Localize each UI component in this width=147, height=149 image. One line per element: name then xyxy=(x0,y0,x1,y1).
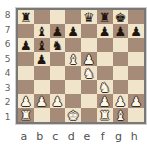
square-f1[interactable]: ♜ xyxy=(97,108,113,122)
board: ♜♛♜♚♝♟♟♟♟♟♟♝♞♟♝♟♞♞♟♟♟♟♟♟♜♚♜♝ xyxy=(16,8,146,124)
square-b1[interactable] xyxy=(34,108,50,122)
square-d2[interactable] xyxy=(65,94,81,108)
square-f4[interactable] xyxy=(97,66,113,80)
square-f3[interactable]: ♞ xyxy=(97,80,113,94)
square-h3[interactable] xyxy=(128,80,144,94)
square-e5[interactable]: ♟ xyxy=(81,52,97,66)
square-h7[interactable]: ♟ xyxy=(128,24,144,38)
square-g7[interactable]: ♟ xyxy=(113,24,129,38)
square-f7[interactable]: ♟ xyxy=(97,24,113,38)
square-g1[interactable]: ♝ xyxy=(113,108,129,122)
piece-white-pawn-e5[interactable]: ♟ xyxy=(83,52,95,65)
piece-white-bishop-d5[interactable]: ♝ xyxy=(67,52,79,65)
piece-black-knight-c6[interactable]: ♞ xyxy=(52,38,64,51)
file-label-h: h xyxy=(126,127,142,145)
square-e1[interactable] xyxy=(81,108,97,122)
square-b4[interactable] xyxy=(34,66,50,80)
square-g2[interactable]: ♟ xyxy=(113,94,129,108)
rank-label-7: 7 xyxy=(0,23,15,38)
square-c5[interactable] xyxy=(50,52,66,66)
square-a1[interactable]: ♜ xyxy=(18,108,34,122)
square-h8[interactable] xyxy=(128,10,144,24)
square-c4[interactable] xyxy=(50,66,66,80)
square-f8[interactable]: ♜ xyxy=(97,10,113,24)
square-a5[interactable] xyxy=(18,52,34,66)
square-a2[interactable]: ♟ xyxy=(18,94,34,108)
square-h6[interactable] xyxy=(128,38,144,52)
square-h4[interactable] xyxy=(128,66,144,80)
piece-white-rook-a1[interactable]: ♜ xyxy=(20,108,32,121)
square-d1[interactable]: ♚ xyxy=(65,108,81,122)
square-e3[interactable] xyxy=(81,80,97,94)
square-b8[interactable] xyxy=(34,10,50,24)
square-d4[interactable] xyxy=(65,66,81,80)
piece-white-knight-f3[interactable]: ♞ xyxy=(99,80,111,93)
file-label-e: e xyxy=(79,127,95,145)
square-a3[interactable] xyxy=(18,80,34,94)
piece-black-bishop-b6[interactable]: ♝ xyxy=(36,38,48,51)
piece-black-bishop-b7[interactable]: ♝ xyxy=(36,24,48,37)
square-b6[interactable]: ♝ xyxy=(34,38,50,52)
square-f5[interactable] xyxy=(97,52,113,66)
file-label-c: c xyxy=(48,127,64,145)
square-a4[interactable] xyxy=(18,66,34,80)
square-a8[interactable]: ♜ xyxy=(18,10,34,24)
square-h2[interactable]: ♟ xyxy=(128,94,144,108)
piece-black-pawn-c7[interactable]: ♟ xyxy=(52,24,64,37)
piece-black-rook-f8[interactable]: ♜ xyxy=(99,10,111,23)
square-f2[interactable]: ♟ xyxy=(97,94,113,108)
square-b5[interactable]: ♟ xyxy=(34,52,50,66)
square-f6[interactable] xyxy=(97,38,113,52)
piece-black-queen-e8[interactable]: ♛ xyxy=(83,10,95,23)
piece-black-king-g8[interactable]: ♚ xyxy=(115,10,127,23)
file-label-g: g xyxy=(111,127,127,145)
square-b2[interactable]: ♟ xyxy=(34,94,50,108)
rank-label-3: 3 xyxy=(0,81,15,96)
square-e6[interactable] xyxy=(81,38,97,52)
rank-labels: 87654321 xyxy=(0,8,15,124)
square-c7[interactable]: ♟ xyxy=(50,24,66,38)
piece-white-pawn-f2[interactable]: ♟ xyxy=(99,94,111,107)
piece-white-king-d1[interactable]: ♚ xyxy=(67,108,79,121)
piece-white-pawn-a2[interactable]: ♟ xyxy=(20,94,32,107)
piece-black-pawn-d7[interactable]: ♟ xyxy=(67,24,79,37)
rank-label-5: 5 xyxy=(0,52,15,67)
rank-label-4: 4 xyxy=(0,66,15,81)
square-e2[interactable] xyxy=(81,94,97,108)
square-d5[interactable]: ♝ xyxy=(65,52,81,66)
piece-black-pawn-b5[interactable]: ♟ xyxy=(36,52,48,65)
square-c2[interactable]: ♟ xyxy=(50,94,66,108)
square-d3[interactable] xyxy=(65,80,81,94)
piece-white-pawn-h2[interactable]: ♟ xyxy=(130,94,142,107)
square-b7[interactable]: ♝ xyxy=(34,24,50,38)
piece-white-rook-f1[interactable]: ♜ xyxy=(99,108,111,121)
square-d6[interactable] xyxy=(65,38,81,52)
square-c8[interactable] xyxy=(50,10,66,24)
piece-black-pawn-a6[interactable]: ♟ xyxy=(20,38,32,51)
rank-label-2: 2 xyxy=(0,95,15,110)
square-d7[interactable]: ♟ xyxy=(65,24,81,38)
square-a6[interactable]: ♟ xyxy=(18,38,34,52)
square-e4[interactable]: ♞ xyxy=(81,66,97,80)
square-g6[interactable] xyxy=(113,38,129,52)
file-label-d: d xyxy=(63,127,79,145)
file-label-f: f xyxy=(95,127,111,145)
square-e8[interactable]: ♛ xyxy=(81,10,97,24)
piece-white-pawn-b2[interactable]: ♟ xyxy=(36,94,48,107)
square-h1[interactable] xyxy=(128,108,144,122)
piece-white-pawn-c2[interactable]: ♟ xyxy=(52,94,64,107)
square-g4[interactable] xyxy=(113,66,129,80)
square-c1[interactable] xyxy=(50,108,66,122)
square-a7[interactable] xyxy=(18,24,34,38)
piece-black-rook-a8[interactable]: ♜ xyxy=(20,10,32,23)
piece-white-pawn-g2[interactable]: ♟ xyxy=(115,94,127,107)
piece-black-pawn-h7[interactable]: ♟ xyxy=(130,24,142,37)
square-d8[interactable] xyxy=(65,10,81,24)
chess-diagram: 87654321 ♜♛♜♚♝♟♟♟♟♟♟♝♞♟♝♟♞♞♟♟♟♟♟♟♜♚♜♝ ab… xyxy=(0,0,147,149)
piece-white-bishop-g1[interactable]: ♝ xyxy=(115,108,127,121)
rank-label-6: 6 xyxy=(0,37,15,52)
file-label-a: a xyxy=(16,127,32,145)
piece-white-knight-e4[interactable]: ♞ xyxy=(83,66,95,79)
square-c6[interactable]: ♞ xyxy=(50,38,66,52)
square-c3[interactable] xyxy=(50,80,66,94)
file-labels: abcdefgh xyxy=(16,127,146,145)
piece-black-pawn-g7[interactable]: ♟ xyxy=(115,24,127,37)
file-label-b: b xyxy=(32,127,48,145)
square-g3[interactable] xyxy=(113,80,129,94)
rank-label-8: 8 xyxy=(0,8,15,23)
piece-black-pawn-f7[interactable]: ♟ xyxy=(99,24,111,37)
rank-label-1: 1 xyxy=(0,110,15,125)
square-g5[interactable] xyxy=(113,52,129,66)
square-e7[interactable] xyxy=(81,24,97,38)
square-h5[interactable] xyxy=(128,52,144,66)
square-g8[interactable]: ♚ xyxy=(113,10,129,24)
square-b3[interactable] xyxy=(34,80,50,94)
